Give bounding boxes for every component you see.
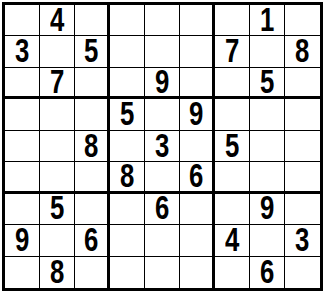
cell-r6c1[interactable] bbox=[5, 162, 40, 193]
given-digit: 6 bbox=[189, 162, 203, 193]
cell-r6c4[interactable]: 8 bbox=[110, 162, 145, 193]
cell-r9c5[interactable] bbox=[145, 257, 180, 288]
cell-r6c8[interactable] bbox=[250, 162, 285, 193]
cell-r4c4[interactable]: 5 bbox=[110, 99, 145, 130]
cell-r4c3[interactable] bbox=[75, 99, 110, 130]
cell-r2c1[interactable]: 3 bbox=[5, 36, 40, 67]
cell-r1c5[interactable] bbox=[145, 5, 180, 36]
sudoku-board: 4135787955983586569964386 bbox=[2, 2, 323, 291]
cell-r1c6[interactable] bbox=[180, 5, 215, 36]
cell-r1c9[interactable] bbox=[285, 5, 320, 36]
cell-r7c9[interactable] bbox=[285, 194, 320, 225]
given-digit: 8 bbox=[120, 162, 134, 193]
cell-r7c2[interactable]: 5 bbox=[40, 194, 75, 225]
given-digit: 3 bbox=[155, 131, 169, 162]
cell-r6c5[interactable] bbox=[145, 162, 180, 193]
cell-r2c8[interactable] bbox=[250, 36, 285, 67]
given-digit: 3 bbox=[15, 36, 29, 67]
cell-r3c2[interactable]: 7 bbox=[40, 68, 75, 99]
cell-r3c8[interactable]: 5 bbox=[250, 68, 285, 99]
cell-r8c6[interactable] bbox=[180, 225, 215, 256]
cell-r3c9[interactable] bbox=[285, 68, 320, 99]
cell-r4c2[interactable] bbox=[40, 99, 75, 130]
cell-r8c7[interactable]: 4 bbox=[215, 225, 250, 256]
cell-r1c2[interactable]: 4 bbox=[40, 5, 75, 36]
cell-r5c1[interactable] bbox=[5, 131, 40, 162]
cell-r8c2[interactable] bbox=[40, 225, 75, 256]
cell-r1c3[interactable] bbox=[75, 5, 110, 36]
cell-r9c6[interactable] bbox=[180, 257, 215, 288]
given-digit: 9 bbox=[15, 225, 29, 256]
cell-r9c9[interactable] bbox=[285, 257, 320, 288]
given-digit: 6 bbox=[155, 194, 169, 225]
given-digit: 7 bbox=[225, 36, 239, 67]
cell-r5c9[interactable] bbox=[285, 131, 320, 162]
cell-r9c2[interactable]: 8 bbox=[40, 257, 75, 288]
cell-r7c7[interactable] bbox=[215, 194, 250, 225]
cell-r8c3[interactable]: 6 bbox=[75, 225, 110, 256]
cell-r5c8[interactable] bbox=[250, 131, 285, 162]
cell-r8c5[interactable] bbox=[145, 225, 180, 256]
given-digit: 8 bbox=[295, 36, 309, 67]
cell-r7c6[interactable] bbox=[180, 194, 215, 225]
cell-r3c4[interactable] bbox=[110, 68, 145, 99]
cell-r9c3[interactable] bbox=[75, 257, 110, 288]
cell-r6c3[interactable] bbox=[75, 162, 110, 193]
cell-r9c1[interactable] bbox=[5, 257, 40, 288]
given-digit: 8 bbox=[84, 131, 98, 162]
cell-r7c8[interactable]: 9 bbox=[250, 194, 285, 225]
given-digit: 5 bbox=[225, 131, 239, 162]
cell-r8c4[interactable] bbox=[110, 225, 145, 256]
cell-r3c6[interactable] bbox=[180, 68, 215, 99]
given-digit: 3 bbox=[295, 225, 309, 256]
given-digit: 4 bbox=[225, 225, 239, 256]
given-digit: 6 bbox=[260, 257, 274, 288]
given-digit: 8 bbox=[50, 257, 64, 288]
cell-r6c7[interactable] bbox=[215, 162, 250, 193]
cell-r5c4[interactable] bbox=[110, 131, 145, 162]
cell-r6c6[interactable]: 6 bbox=[180, 162, 215, 193]
cell-r7c1[interactable] bbox=[5, 194, 40, 225]
cell-r3c1[interactable] bbox=[5, 68, 40, 99]
given-digit: 7 bbox=[50, 68, 64, 99]
cell-r8c9[interactable]: 3 bbox=[285, 225, 320, 256]
cell-r4c8[interactable] bbox=[250, 99, 285, 130]
given-digit: 5 bbox=[50, 194, 64, 225]
cell-r4c1[interactable] bbox=[5, 99, 40, 130]
cell-r3c7[interactable] bbox=[215, 68, 250, 99]
given-digit: 5 bbox=[120, 99, 134, 130]
given-digit: 4 bbox=[50, 5, 64, 36]
cell-r4c5[interactable] bbox=[145, 99, 180, 130]
cell-r1c1[interactable] bbox=[5, 5, 40, 36]
cell-r7c4[interactable] bbox=[110, 194, 145, 225]
given-digit: 5 bbox=[260, 68, 274, 99]
given-digit: 9 bbox=[155, 68, 169, 99]
cell-r8c8[interactable] bbox=[250, 225, 285, 256]
cell-r9c8[interactable]: 6 bbox=[250, 257, 285, 288]
cell-r6c2[interactable] bbox=[40, 162, 75, 193]
cell-r3c3[interactable] bbox=[75, 68, 110, 99]
cell-r2c9[interactable]: 8 bbox=[285, 36, 320, 67]
cell-r1c8[interactable]: 1 bbox=[250, 5, 285, 36]
cell-r9c4[interactable] bbox=[110, 257, 145, 288]
cell-r2c5[interactable] bbox=[145, 36, 180, 67]
cell-r5c2[interactable] bbox=[40, 131, 75, 162]
cell-r4c7[interactable] bbox=[215, 99, 250, 130]
cell-r5c5[interactable]: 3 bbox=[145, 131, 180, 162]
cell-r9c7[interactable] bbox=[215, 257, 250, 288]
cell-r8c1[interactable]: 9 bbox=[5, 225, 40, 256]
cell-r3c5[interactable]: 9 bbox=[145, 68, 180, 99]
cell-r6c9[interactable] bbox=[285, 162, 320, 193]
cell-r2c2[interactable] bbox=[40, 36, 75, 67]
cell-r2c3[interactable]: 5 bbox=[75, 36, 110, 67]
cell-r2c7[interactable]: 7 bbox=[215, 36, 250, 67]
cell-r2c4[interactable] bbox=[110, 36, 145, 67]
cell-r1c7[interactable] bbox=[215, 5, 250, 36]
given-digit: 9 bbox=[189, 99, 203, 130]
cell-r2c6[interactable] bbox=[180, 36, 215, 67]
cell-r5c6[interactable] bbox=[180, 131, 215, 162]
cell-r5c3[interactable]: 8 bbox=[75, 131, 110, 162]
cell-r7c3[interactable] bbox=[75, 194, 110, 225]
cell-r7c5[interactable]: 6 bbox=[145, 194, 180, 225]
cell-r1c4[interactable] bbox=[110, 5, 145, 36]
cell-r4c9[interactable] bbox=[285, 99, 320, 130]
given-digit: 6 bbox=[84, 225, 98, 256]
cell-r4c6[interactable]: 9 bbox=[180, 99, 215, 130]
cell-r5c7[interactable]: 5 bbox=[215, 131, 250, 162]
given-digit: 1 bbox=[260, 5, 274, 36]
given-digit: 5 bbox=[84, 36, 98, 67]
given-digit: 9 bbox=[260, 194, 274, 225]
